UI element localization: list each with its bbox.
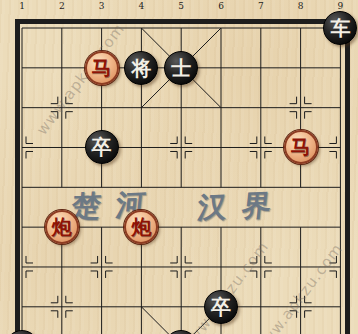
piece-black-general[interactable]: 将 [124,51,158,85]
piece-black-soldier[interactable]: 卒 [204,290,238,324]
piece-glyph: 将 [131,58,151,78]
piece-black-advisor[interactable]: 士 [164,51,198,85]
piece-glyph: 士 [171,58,191,78]
xiangqi-board-screen[interactable]: 123456789 楚河 汉界 www.apkzu.com www.apkzu.… [0,0,358,334]
piece-glyph: 车 [330,18,350,38]
piece-red-horse[interactable]: 马 [85,51,119,85]
piece-red-horse[interactable]: 马 [284,130,318,164]
river-label-right: 汉界 [196,185,289,228]
piece-glyph: 炮 [52,217,72,237]
piece-glyph: 马 [92,58,112,78]
piece-glyph: 卒 [211,297,231,317]
piece-glyph: 炮 [131,217,151,237]
piece-glyph: 马 [291,137,311,157]
piece-black-soldier[interactable]: 卒 [85,130,119,164]
piece-glyph: 卒 [92,137,112,157]
piece-red-cannon[interactable]: 炮 [45,210,79,244]
